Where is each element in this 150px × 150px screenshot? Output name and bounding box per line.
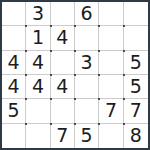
cell-r2c1[interactable] xyxy=(2,26,26,50)
cell-r3c2[interactable]: 4 xyxy=(26,51,50,75)
cell-r4c5[interactable] xyxy=(99,75,123,99)
cell-r5c3[interactable] xyxy=(51,99,75,123)
cell-r3c5[interactable] xyxy=(99,51,123,75)
cell-r2c5[interactable] xyxy=(99,26,123,50)
cell-r3c4[interactable]: 3 xyxy=(75,51,99,75)
cell-r4c3[interactable]: 4 xyxy=(51,75,75,99)
grid-cells: 361444354445577758 xyxy=(2,2,148,148)
cell-r3c1[interactable]: 4 xyxy=(2,51,26,75)
cell-r4c6[interactable]: 5 xyxy=(124,75,148,99)
cell-r6c6[interactable]: 8 xyxy=(124,124,148,148)
cell-r1c1[interactable] xyxy=(2,2,26,26)
cell-r5c1[interactable]: 5 xyxy=(2,99,26,123)
cell-r1c6[interactable] xyxy=(124,2,148,26)
cell-r2c3[interactable]: 4 xyxy=(51,26,75,50)
cell-r6c3[interactable]: 7 xyxy=(51,124,75,148)
cell-r2c2[interactable]: 1 xyxy=(26,26,50,50)
cell-r6c1[interactable] xyxy=(2,124,26,148)
cell-r4c4[interactable] xyxy=(75,75,99,99)
cell-r6c2[interactable] xyxy=(26,124,50,148)
cell-r1c3[interactable] xyxy=(51,2,75,26)
cell-r2c6[interactable] xyxy=(124,26,148,50)
cell-r6c5[interactable] xyxy=(99,124,123,148)
cell-r3c6[interactable]: 5 xyxy=(124,51,148,75)
cell-r6c4[interactable]: 5 xyxy=(75,124,99,148)
cell-r4c2[interactable]: 4 xyxy=(26,75,50,99)
cell-r5c4[interactable] xyxy=(75,99,99,123)
cell-r1c4[interactable]: 6 xyxy=(75,2,99,26)
cell-r1c2[interactable]: 3 xyxy=(26,2,50,26)
cell-r2c4[interactable] xyxy=(75,26,99,50)
cell-r1c5[interactable] xyxy=(99,2,123,26)
cell-r5c5[interactable]: 7 xyxy=(99,99,123,123)
puzzle-board: 361444354445577758 xyxy=(0,0,150,150)
cell-r5c6[interactable]: 7 xyxy=(124,99,148,123)
cell-r4c1[interactable]: 4 xyxy=(2,75,26,99)
cell-r5c2[interactable] xyxy=(26,99,50,123)
cell-r3c3[interactable] xyxy=(51,51,75,75)
